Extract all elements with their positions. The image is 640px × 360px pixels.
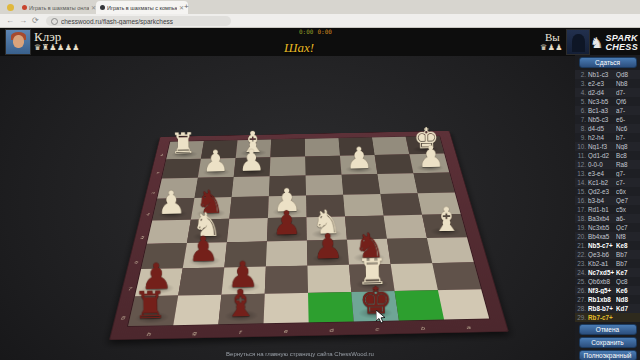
square-h2[interactable] bbox=[162, 159, 201, 179]
black-move: Nf8 bbox=[616, 233, 638, 240]
black-move: a6- bbox=[616, 215, 638, 222]
white-move: Nc3xb5 bbox=[588, 224, 616, 231]
move-row-24: 24.Nc7xd5+Ke7 bbox=[575, 268, 640, 277]
move-list: 2.Nb1-c3Qd83.e2-e3Nb84.d2-d4d7-5.Nc3-b5Q… bbox=[575, 70, 640, 322]
black-move: Nd8 bbox=[616, 296, 638, 303]
move-row-15: 15.Qd2-e3c6x bbox=[575, 187, 640, 196]
move-number: 18. bbox=[575, 215, 588, 222]
black-move: Ra8 bbox=[616, 161, 638, 168]
square-d6[interactable]: ♟ bbox=[307, 240, 349, 266]
move-number: 3. bbox=[575, 80, 588, 87]
browser-address-bar: ← → ⟳ chesswood.ru/flash-games/sparkches… bbox=[0, 14, 640, 28]
square-a3[interactable] bbox=[413, 172, 454, 193]
move-row-17: 17.Rd1-b1c5x bbox=[575, 205, 640, 214]
white-move: Bc1-a3 bbox=[588, 107, 616, 114]
reload-icon[interactable]: ⟳ bbox=[32, 16, 39, 26]
black-move: c7- bbox=[616, 179, 638, 186]
browser-tab-bar: Играть в шахматы онлайн с к… ✕ Играть в … bbox=[0, 0, 640, 14]
square-d8[interactable] bbox=[308, 292, 354, 322]
move-row-2: 2.Nb1-c3Qd8 bbox=[575, 70, 640, 79]
game-clocks: 0:00 0:00 bbox=[299, 28, 332, 35]
your-avatar bbox=[566, 29, 590, 55]
square-d3[interactable] bbox=[306, 175, 344, 196]
white-move: Rd1-b1 bbox=[588, 206, 616, 213]
tab2-title: Играть в шахматы с компьют… bbox=[107, 5, 177, 11]
clock-white: 0:00 bbox=[299, 28, 313, 35]
move-row-25: 25.Qb6xb8Qc8 bbox=[575, 277, 640, 286]
square-a7[interactable] bbox=[432, 262, 481, 290]
piece-black-rook-h8[interactable]: ♜ bbox=[127, 285, 173, 325]
move-number: 7. bbox=[575, 116, 588, 123]
square-b2[interactable] bbox=[375, 154, 414, 174]
piece-black-bishop-f8[interactable]: ♝ bbox=[218, 283, 264, 323]
move-number: 20. bbox=[575, 233, 588, 240]
white-move: d4-d5 bbox=[588, 125, 616, 132]
square-d1[interactable] bbox=[305, 138, 340, 156]
piece-white-bishop-a5[interactable]: ♝ bbox=[426, 202, 467, 238]
your-captured-pieces: ♛♟♟ bbox=[529, 43, 563, 52]
black-move: e6- bbox=[616, 116, 638, 123]
square-a8[interactable] bbox=[438, 289, 489, 319]
tab1-favicon-icon bbox=[22, 5, 27, 10]
opponent-captured-pieces: ♛♜♟♟♟♟ bbox=[34, 43, 80, 52]
white-move: Nb5-c3 bbox=[588, 116, 616, 123]
new-tab-button[interactable]: + bbox=[184, 2, 189, 11]
window-control-dot[interactable] bbox=[7, 4, 14, 11]
your-name: Вы bbox=[545, 31, 560, 43]
url-text: chesswood.ru/flash-games/sparkchess bbox=[61, 18, 173, 25]
white-move: Ba3xb4 bbox=[588, 215, 616, 222]
rank-label-2: 2 bbox=[153, 172, 161, 175]
piece-white-pawn-c2[interactable]: ♟ bbox=[341, 142, 378, 174]
move-row-27: 27.Rb1xb8Nd8 bbox=[575, 295, 640, 304]
black-move: a7- bbox=[616, 107, 638, 114]
move-row-28: 28.Rb8-b7+Kd7 bbox=[575, 304, 640, 313]
black-move: Qd8 bbox=[616, 71, 638, 78]
move-number: 10. bbox=[575, 143, 588, 150]
square-a5[interactable]: ♝ bbox=[422, 214, 467, 238]
square-h8[interactable]: ♜ bbox=[128, 296, 178, 327]
sparkchess-logo: ♞ SPARK CHESS bbox=[590, 29, 640, 56]
move-row-10: 10.Ng1-f3Ng8 bbox=[575, 142, 640, 151]
move-number: 2. bbox=[575, 71, 588, 78]
white-move: d2-d4 bbox=[588, 89, 616, 96]
square-b4[interactable] bbox=[380, 193, 422, 215]
move-number: 21. bbox=[575, 242, 588, 249]
piece-white-pawn-h4[interactable]: ♟ bbox=[152, 186, 191, 220]
square-b3[interactable] bbox=[377, 173, 417, 194]
black-move: d7- bbox=[616, 89, 638, 96]
square-b1[interactable] bbox=[372, 137, 409, 155]
move-row-20: 20.Bb4xa5Nf8 bbox=[575, 232, 640, 241]
save-button[interactable]: Сохранить bbox=[579, 337, 637, 348]
piece-white-pawn-f2[interactable]: ♟ bbox=[233, 144, 270, 176]
white-move: Rb7-c7+ bbox=[588, 314, 616, 321]
white-move: Qd2-e3 bbox=[588, 188, 616, 195]
square-f2[interactable]: ♟ bbox=[234, 157, 271, 177]
black-move: c6x bbox=[616, 188, 638, 195]
move-number: 15. bbox=[575, 188, 588, 195]
move-row-7: 7.Nb5-c3e6- bbox=[575, 115, 640, 124]
white-move: Nf3-g5+ bbox=[588, 287, 616, 294]
move-row-9: 9.h2-h4b7- bbox=[575, 133, 640, 142]
move-row-13: 13.e3-e4g7- bbox=[575, 169, 640, 178]
move-number: 26. bbox=[575, 287, 588, 294]
move-row-19: 19.Nc3xb5Qc7 bbox=[575, 223, 640, 232]
move-number: 14. bbox=[575, 179, 588, 186]
site-info-icon[interactable] bbox=[51, 18, 58, 25]
file-label-f: f bbox=[217, 329, 263, 335]
game-page: Клэр ♛♜♟♟♟♟ 0:00 0:00 ♛♟♟ Вы ♞ SPARK CHE… bbox=[0, 28, 640, 360]
piece-black-pawn-e5[interactable]: ♟ bbox=[266, 205, 307, 241]
square-d7[interactable] bbox=[307, 265, 351, 293]
square-c4[interactable] bbox=[343, 194, 383, 216]
file-label-e: e bbox=[263, 328, 309, 334]
move-row-26: 26.Nf3-g5+Ke6 bbox=[575, 286, 640, 295]
move-number: 28. bbox=[575, 305, 588, 312]
piece-black-pawn-g6[interactable]: ♟ bbox=[182, 231, 224, 268]
board-grid: ♜♝♚♟♟♟♟♟♞♟♞♟♞♝♟♟♞♟♟♜♜♝♚ bbox=[128, 136, 489, 326]
move-row-22: 22.Qe3-b6Bb7 bbox=[575, 250, 640, 259]
browser-tab-2-active[interactable]: Играть в шахматы с компьют… ✕ bbox=[96, 1, 188, 14]
white-move: e3-e4 bbox=[588, 170, 616, 177]
rank-label-8: 8 bbox=[118, 316, 129, 321]
move-number: 11. bbox=[575, 152, 588, 159]
black-move: c5x bbox=[616, 206, 638, 213]
square-d2[interactable] bbox=[305, 156, 341, 176]
move-row-23: 23.Kb2-a1Bb7 bbox=[575, 259, 640, 268]
white-move: Kb2-a1 bbox=[588, 260, 616, 267]
piece-white-pawn-a2[interactable]: ♟ bbox=[413, 141, 450, 173]
move-row-4: 4.d2-d4d7- bbox=[575, 88, 640, 97]
square-g8[interactable] bbox=[173, 295, 221, 326]
white-move: Qd1-d2 bbox=[588, 152, 616, 159]
move-row-11: 11.Qd1-d2Bc8 bbox=[575, 151, 640, 160]
file-label-a: a bbox=[445, 325, 492, 331]
white-move: Bb4xa5 bbox=[588, 233, 616, 240]
black-move: Bb7 bbox=[616, 260, 638, 267]
rank-label-3: 3 bbox=[149, 191, 158, 194]
move-number: 25. bbox=[575, 278, 588, 285]
move-number: 23. bbox=[575, 260, 588, 267]
move-list-panel: Сдаться 2.Nb1-c3Qd83.e2-e3Nb84.d2-d4d7-5… bbox=[575, 55, 640, 360]
square-b8[interactable] bbox=[395, 290, 444, 320]
square-e8[interactable] bbox=[264, 293, 309, 323]
black-move: Ke7 bbox=[616, 269, 638, 276]
square-f4[interactable] bbox=[229, 196, 268, 218]
move-row-3: 3.e2-e3Nb8 bbox=[575, 79, 640, 88]
black-move: Kd7 bbox=[616, 305, 638, 312]
square-e5[interactable]: ♟ bbox=[267, 217, 307, 241]
opponent-avatar bbox=[5, 29, 31, 55]
square-f3[interactable] bbox=[232, 176, 270, 197]
square-f5[interactable] bbox=[227, 218, 268, 242]
square-a6[interactable] bbox=[427, 237, 474, 263]
url-field[interactable]: chesswood.ru/flash-games/sparkchess bbox=[46, 16, 231, 26]
square-b5[interactable] bbox=[384, 215, 427, 239]
browser-tab-1[interactable]: Играть в шахматы онлайн с к… ✕ bbox=[18, 1, 100, 14]
your-avatar-silhouette bbox=[572, 34, 585, 52]
white-move: Kc1-b2 bbox=[588, 179, 616, 186]
black-move: g7- bbox=[616, 170, 638, 177]
black-move: Bc8 bbox=[616, 152, 638, 159]
white-move: Nb1-c3 bbox=[588, 71, 616, 78]
square-g2[interactable]: ♟ bbox=[198, 158, 236, 178]
move-number: 24. bbox=[575, 269, 588, 276]
move-number: 27. bbox=[575, 296, 588, 303]
move-number: 9. bbox=[575, 134, 588, 141]
piece-white-pawn-g2[interactable]: ♟ bbox=[197, 145, 234, 177]
white-move: h2-h4 bbox=[588, 134, 616, 141]
move-number: 17. bbox=[575, 206, 588, 213]
white-move: b3-b4 bbox=[588, 197, 616, 204]
square-a2[interactable]: ♟ bbox=[409, 154, 449, 174]
white-move: 0-0-0 bbox=[588, 161, 616, 168]
file-label-d: d bbox=[309, 327, 355, 333]
move-number: 5. bbox=[575, 98, 588, 105]
move-row-29: 29.Rb7-c7+ bbox=[575, 313, 640, 322]
file-label-b: b bbox=[400, 326, 447, 332]
move-row-5: 5.Nc3-b5Qf6 bbox=[575, 97, 640, 106]
square-c3[interactable] bbox=[341, 174, 380, 195]
black-move: Bb7 bbox=[616, 251, 638, 258]
square-c2[interactable]: ♟ bbox=[340, 155, 378, 175]
black-move: Nb8 bbox=[616, 80, 638, 87]
black-move: Ke8 bbox=[616, 242, 638, 249]
file-label-g: g bbox=[171, 330, 217, 336]
white-move: Nb5-c7+ bbox=[588, 242, 616, 249]
rank-label-4: 4 bbox=[143, 213, 152, 217]
move-number: 29. bbox=[575, 314, 588, 321]
move-row-14: 14.Kc1-b2c7- bbox=[575, 178, 640, 187]
square-e6[interactable] bbox=[266, 241, 308, 267]
move-number: 6. bbox=[575, 107, 588, 114]
mouse-cursor bbox=[376, 310, 386, 328]
move-number: 13. bbox=[575, 170, 588, 177]
rank-label-5: 5 bbox=[138, 236, 147, 240]
board-frame: ♜♝♚♟♟♟♟♟♞♟♞♟♞♝♟♟♞♟♟♜♜♝♚ 12345678 hgfedcb… bbox=[109, 131, 509, 340]
white-move: e2-e3 bbox=[588, 80, 616, 87]
piece-black-pawn-d6[interactable]: ♟ bbox=[307, 228, 349, 265]
piece-white-rook-h1[interactable]: ♜ bbox=[166, 128, 201, 159]
rank-label-6: 6 bbox=[132, 260, 142, 264]
white-move: Nc3-b5 bbox=[588, 98, 616, 105]
white-move: Ng1-f3 bbox=[588, 143, 616, 150]
move-number: 8. bbox=[575, 125, 588, 132]
resign-button[interactable]: Сдаться bbox=[579, 57, 637, 68]
white-move: Rb8-b7+ bbox=[588, 305, 616, 312]
white-move: Rb1xb8 bbox=[588, 296, 616, 303]
move-row-12: 12.0-0-0Ra8 bbox=[575, 160, 640, 169]
move-row-18: 18.Ba3xb4a6- bbox=[575, 214, 640, 223]
logo-knight-icon: ♞ bbox=[590, 34, 603, 52]
square-e7[interactable] bbox=[265, 266, 308, 294]
square-f8[interactable]: ♝ bbox=[218, 294, 264, 324]
black-move: Ng8 bbox=[616, 143, 638, 150]
file-label-h: h bbox=[126, 331, 173, 337]
move-row-6: 6.Bc1-a3a7- bbox=[575, 106, 640, 115]
black-move: Qf6 bbox=[616, 98, 638, 105]
move-row-21: 21.Nb5-c7+Ke8 bbox=[575, 241, 640, 250]
tab2-favicon-icon bbox=[100, 5, 105, 10]
move-number: 16. bbox=[575, 197, 588, 204]
clock-black: 0:00 bbox=[317, 28, 331, 35]
move-row-16: 16.b3-b4Qe7 bbox=[575, 196, 640, 205]
tab1-title: Играть в шахматы онлайн с к… bbox=[29, 5, 89, 11]
move-row-8: 8.d4-d5Nc6 bbox=[575, 124, 640, 133]
chess-board: ♜♝♚♟♟♟♟♟♞♟♞♟♞♝♟♟♞♟♟♜♜♝♚ 12345678 hgfedcb… bbox=[101, 48, 511, 344]
move-number: 22. bbox=[575, 251, 588, 258]
black-move: Qe7 bbox=[616, 197, 638, 204]
move-number: 4. bbox=[575, 89, 588, 96]
rank-label-7: 7 bbox=[125, 287, 135, 291]
forward-icon[interactable]: → bbox=[19, 16, 27, 26]
white-move: Qb6xb8 bbox=[588, 278, 616, 285]
rank-label-1: 1 bbox=[158, 153, 166, 156]
logo-line2: CHESS bbox=[605, 42, 638, 52]
undo-button[interactable]: Отмена bbox=[579, 324, 637, 335]
fullscreen-button[interactable]: Полноэкранный режим bbox=[579, 350, 637, 360]
back-to-home-link[interactable]: Вернуться на главную страницу сайта Ches… bbox=[150, 351, 450, 357]
black-move: Nc6 bbox=[616, 125, 638, 132]
square-e2[interactable] bbox=[270, 157, 306, 177]
square-e1[interactable] bbox=[270, 139, 305, 157]
black-move: Ke6 bbox=[616, 287, 638, 294]
opponent-avatar-face bbox=[13, 35, 24, 48]
white-move: Nc7xd5+ bbox=[588, 269, 616, 276]
white-move: Qe3-b6 bbox=[588, 251, 616, 258]
black-move: b7- bbox=[616, 134, 638, 141]
back-icon[interactable]: ← bbox=[6, 16, 14, 26]
move-number: 12. bbox=[575, 161, 588, 168]
move-number: 19. bbox=[575, 224, 588, 231]
black-move: Qc8 bbox=[616, 278, 638, 285]
black-move: Qc7 bbox=[616, 224, 638, 231]
